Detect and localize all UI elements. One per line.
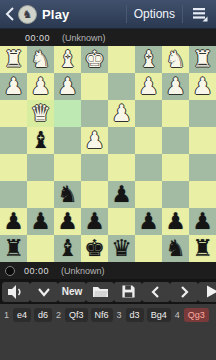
back-button[interactable] (4, 6, 16, 22)
square-b3[interactable] (162, 100, 189, 127)
black-queen: ♛ (108, 235, 135, 261)
black-knight: ♞ (162, 235, 189, 261)
speaker-icon (7, 284, 25, 300)
square-f8[interactable]: ♝ (54, 235, 81, 262)
square-e5[interactable] (81, 154, 108, 181)
square-f2[interactable]: ♟ (54, 73, 81, 100)
folder-icon (92, 285, 109, 299)
square-h5[interactable] (0, 154, 27, 181)
square-h2[interactable]: ♟ (0, 73, 27, 100)
move-list: 1e4d62Qf3Nf63d3Bg44Qg3 (0, 304, 216, 326)
white-pawn: ♟ (162, 73, 189, 99)
square-g8[interactable] (27, 235, 54, 262)
black-rook: ♜ (0, 235, 27, 261)
square-b1[interactable]: ♞ (162, 46, 189, 73)
square-d4[interactable] (108, 127, 135, 154)
square-g5[interactable] (27, 154, 54, 181)
square-h6[interactable] (0, 181, 27, 208)
bottom-panel (0, 326, 216, 360)
black-pawn: ♟ (54, 208, 81, 234)
collapse-button[interactable] (30, 282, 58, 302)
square-f3[interactable] (54, 100, 81, 127)
topbar-divider (182, 5, 183, 23)
square-b7[interactable]: ♟ (162, 208, 189, 235)
square-e6[interactable] (81, 181, 108, 208)
square-a8[interactable]: ♜ (189, 235, 216, 262)
square-f5[interactable] (54, 154, 81, 181)
square-d3[interactable]: ♟ (108, 100, 135, 127)
black-rook: ♜ (189, 235, 216, 261)
square-g4[interactable]: ♝ (27, 127, 54, 154)
overflow-menu-button[interactable] (191, 6, 209, 22)
black-clock: 00:00 (24, 266, 49, 276)
square-c4[interactable] (135, 127, 162, 154)
top-bar: ♞ Play Options (0, 0, 216, 29)
square-e8[interactable]: ♚ (81, 235, 108, 262)
square-e3[interactable] (81, 100, 108, 127)
square-a5[interactable] (189, 154, 216, 181)
square-h7[interactable]: ♟ (0, 208, 27, 235)
move-number-1: 1 (3, 310, 10, 320)
square-f4[interactable] (54, 127, 81, 154)
chevron-left-icon (149, 285, 163, 299)
play-icon (205, 284, 216, 299)
move-number-2: 2 (55, 310, 62, 320)
menu-icon (191, 6, 209, 22)
player-row-black: 00:00 (Unknown) (0, 262, 216, 279)
white-bishop: ♝ (54, 46, 81, 72)
black-pawn: ♟ (189, 208, 216, 234)
move-back-button[interactable] (142, 282, 170, 302)
white-rook: ♜ (189, 46, 216, 72)
square-c3[interactable] (135, 100, 162, 127)
square-e4[interactable]: ♟ (81, 127, 108, 154)
chevron-right-icon (177, 285, 191, 299)
options-button[interactable]: Options (134, 7, 175, 21)
white-king: ♚ (81, 46, 108, 72)
square-c2[interactable]: ♟ (135, 73, 162, 100)
square-d1[interactable] (108, 46, 135, 73)
move-Bg4[interactable]: Bg4 (147, 308, 171, 322)
move-Qf3[interactable]: Qf3 (65, 308, 88, 322)
square-g7[interactable]: ♟ (27, 208, 54, 235)
square-e1[interactable]: ♚ (81, 46, 108, 73)
square-c6[interactable] (135, 181, 162, 208)
white-pawn: ♟ (0, 73, 27, 99)
square-g6[interactable] (27, 181, 54, 208)
square-a3[interactable] (189, 100, 216, 127)
move-e4[interactable]: e4 (13, 308, 31, 322)
square-b4[interactable] (162, 127, 189, 154)
square-c7[interactable]: ♟ (135, 208, 162, 235)
square-f6[interactable]: ♞ (54, 181, 81, 208)
square-d5[interactable] (108, 154, 135, 181)
white-rook: ♜ (0, 46, 27, 72)
black-pawn: ♟ (135, 208, 162, 234)
move-d3[interactable]: d3 (126, 308, 144, 322)
white-pawn: ♟ (108, 100, 135, 126)
black-bishop: ♝ (27, 127, 54, 153)
square-g1[interactable]: ♞ (27, 46, 54, 73)
square-d6[interactable]: ♟ (108, 181, 135, 208)
square-b8[interactable]: ♞ (162, 235, 189, 262)
white-knight: ♞ (162, 46, 189, 72)
app-logo-icon: ♞ (18, 5, 37, 24)
black-pawn: ♟ (108, 181, 135, 207)
square-a4[interactable] (189, 127, 216, 154)
app-screen: ♞ Play Options 00:00 (Unknown) ♜♞♝♚♝♞♜♟♟… (0, 0, 216, 360)
page-title: Play (42, 7, 70, 22)
square-e2[interactable] (81, 73, 108, 100)
move-d6[interactable]: d6 (34, 308, 52, 322)
square-e7[interactable]: ♟ (81, 208, 108, 235)
move-Nf6[interactable]: Nf6 (91, 308, 113, 322)
black-to-move-indicator (5, 266, 15, 276)
sound-button[interactable] (2, 282, 30, 302)
square-g2[interactable]: ♟ (27, 73, 54, 100)
black-pawn: ♟ (81, 208, 108, 234)
black-king: ♚ (81, 235, 108, 261)
square-c5[interactable] (135, 154, 162, 181)
white-clock: 00:00 (25, 33, 50, 43)
white-knight: ♞ (27, 46, 54, 72)
square-h1[interactable]: ♜ (0, 46, 27, 73)
white-pawn: ♟ (135, 73, 162, 99)
square-d2[interactable] (108, 73, 135, 100)
black-pawn: ♟ (0, 208, 27, 234)
white-bishop: ♝ (135, 46, 162, 72)
black-pawn: ♟ (162, 208, 189, 234)
square-a7[interactable]: ♟ (189, 208, 216, 235)
white-player-name: (Unknown) (62, 33, 106, 43)
back-chevron-icon (4, 6, 16, 22)
square-d7[interactable] (108, 208, 135, 235)
square-d8[interactable]: ♛ (108, 235, 135, 262)
move-number-4: 4 (174, 310, 181, 320)
move-forward-button[interactable] (170, 282, 198, 302)
square-f7[interactable]: ♟ (54, 208, 81, 235)
floppy-save-icon (121, 284, 136, 299)
square-h8[interactable]: ♜ (0, 235, 27, 262)
square-b2[interactable]: ♟ (162, 73, 189, 100)
black-pawn: ♟ (27, 208, 54, 234)
black-bishop: ♝ (54, 235, 81, 261)
move-number-3: 3 (116, 310, 123, 320)
square-f1[interactable]: ♝ (54, 46, 81, 73)
white-queen: ♛ (27, 100, 54, 126)
open-button[interactable] (86, 282, 114, 302)
square-h3[interactable] (0, 100, 27, 127)
white-pawn: ♟ (54, 73, 81, 99)
square-a2[interactable]: ♟ (189, 73, 216, 100)
game-toolbar: New (0, 279, 216, 304)
chess-board[interactable]: ♜♞♝♚♝♞♜♟♟♟♟♟♟♛♟♝♟♞♟♟♟♟♟♟♟♟♜♝♚♛♞♜ (0, 46, 216, 262)
black-player-name: (Unknown) (61, 266, 105, 276)
square-c1[interactable]: ♝ (135, 46, 162, 73)
square-b5[interactable] (162, 154, 189, 181)
move-Qg3[interactable]: Qg3 (184, 308, 209, 322)
white-pawn: ♟ (189, 73, 216, 99)
square-a1[interactable]: ♜ (189, 46, 216, 73)
white-pawn: ♟ (27, 73, 54, 99)
chevron-down-icon (36, 285, 52, 299)
save-button[interactable] (114, 282, 142, 302)
white-pawn: ♟ (81, 127, 108, 153)
black-knight: ♞ (54, 181, 81, 207)
new-game-button[interactable]: New (58, 282, 86, 302)
player-row-white: 00:00 (Unknown) (0, 29, 216, 46)
square-a6[interactable] (189, 181, 216, 208)
square-c8[interactable] (135, 235, 162, 262)
square-g3[interactable]: ♛ (27, 100, 54, 127)
square-b6[interactable] (162, 181, 189, 208)
square-h4[interactable] (0, 127, 27, 154)
topbar-divider (126, 5, 127, 23)
play-moves-button[interactable] (198, 282, 216, 302)
